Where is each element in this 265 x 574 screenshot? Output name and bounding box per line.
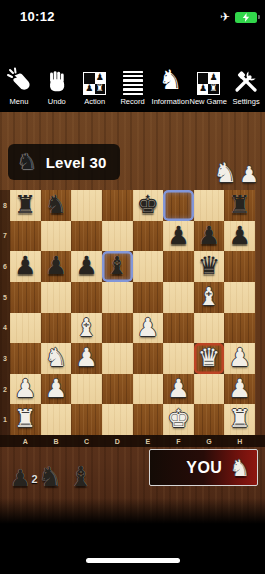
square-d1[interactable] bbox=[102, 404, 133, 435]
tools-icon bbox=[232, 63, 260, 95]
rank-label-6: 6 bbox=[0, 251, 10, 282]
white-knight-icon: ♞ bbox=[229, 455, 250, 481]
square-g1[interactable] bbox=[194, 404, 225, 435]
square-f5[interactable] bbox=[163, 282, 194, 313]
mini-board-icon: ♟ ♟ ♜ bbox=[197, 63, 220, 95]
file-label-g: G bbox=[194, 435, 225, 447]
square-c6[interactable]: ♟ bbox=[71, 251, 102, 282]
rank-label-4: 4 bbox=[0, 313, 10, 344]
square-g2[interactable] bbox=[194, 374, 225, 405]
toolbar: Menu Undo ♟ ♟ ♜ Action Record♞ Informati… bbox=[0, 44, 265, 112]
toolbar-item-record[interactable]: Record bbox=[114, 44, 152, 112]
square-g4[interactable] bbox=[194, 313, 225, 344]
square-f4[interactable] bbox=[163, 313, 194, 344]
square-e8[interactable]: ♚ bbox=[133, 190, 164, 221]
captured-black-knight: ♞ bbox=[38, 461, 62, 492]
square-e6[interactable] bbox=[133, 251, 164, 282]
toolbar-item-label: Record bbox=[120, 97, 144, 106]
airplane-mode-icon: ✈ bbox=[220, 10, 230, 24]
rank-label-5: 5 bbox=[0, 282, 10, 313]
square-c3[interactable]: ♟ bbox=[71, 343, 102, 374]
square-a4[interactable] bbox=[10, 313, 41, 344]
home-indicator[interactable] bbox=[86, 558, 180, 563]
white-rook: ♜ bbox=[224, 404, 255, 435]
white-bishop: ♝ bbox=[71, 313, 102, 344]
black-knight-icon: ♞ bbox=[17, 150, 37, 174]
toolbar-item-label: Menu bbox=[10, 97, 29, 106]
status-bar: 10:12 ✈ bbox=[0, 0, 265, 44]
square-e5[interactable] bbox=[133, 282, 164, 313]
square-c1[interactable] bbox=[71, 404, 102, 435]
toolbar-item-menu[interactable]: Menu bbox=[0, 44, 38, 112]
white-pawn: ♟ bbox=[224, 374, 255, 405]
captured-by-white-tray: ♟2♞♝ bbox=[10, 450, 93, 492]
black-knight: ♞ bbox=[41, 190, 72, 221]
square-a6[interactable]: ♟ bbox=[10, 251, 41, 282]
square-d8[interactable] bbox=[102, 190, 133, 221]
board-area: 87654321 ♜♞♚♜♟♟♟♟♟♟♝♛♝♝♟♞♟♛♟♟♟♟♟♜♚♜ ABCD… bbox=[0, 190, 265, 447]
toolbar-item-label: Information bbox=[152, 97, 190, 106]
square-h1[interactable]: ♜ bbox=[224, 404, 255, 435]
square-b6[interactable]: ♟ bbox=[41, 251, 72, 282]
toolbar-item-label: New Game bbox=[189, 97, 227, 106]
level-label: Level 30 bbox=[46, 154, 107, 171]
square-g5[interactable]: ♝ bbox=[194, 282, 225, 313]
toolbar-item-information[interactable]: ♞ Information bbox=[151, 44, 189, 112]
hand-click-icon bbox=[5, 63, 33, 95]
app-window: 10:12 ✈ Menu Undo ♟ ♟ ♜ A bbox=[0, 0, 265, 574]
white-pawn: ♟ bbox=[10, 374, 41, 405]
square-f7[interactable]: ♟ bbox=[163, 221, 194, 252]
square-d4[interactable] bbox=[102, 313, 133, 344]
black-king: ♚ bbox=[133, 190, 164, 221]
white-pawn: ♟ bbox=[224, 343, 255, 374]
mini-board-icon: ♟ ♟ ♜ bbox=[83, 63, 106, 95]
black-pawn: ♟ bbox=[194, 221, 225, 252]
square-f2[interactable]: ♟ bbox=[163, 374, 194, 405]
rank-label-8: 8 bbox=[0, 190, 10, 221]
square-a5[interactable] bbox=[10, 282, 41, 313]
square-g3[interactable]: ♛ bbox=[194, 343, 225, 374]
rank-label-2: 2 bbox=[0, 374, 10, 405]
black-pawn: ♟ bbox=[163, 221, 194, 252]
square-f3[interactable] bbox=[163, 343, 194, 374]
square-c7[interactable] bbox=[71, 221, 102, 252]
chess-board: ♜♞♚♜♟♟♟♟♟♟♝♛♝♝♟♞♟♛♟♟♟♟♟♜♚♜ bbox=[10, 190, 255, 435]
square-e3[interactable] bbox=[133, 343, 164, 374]
black-rook: ♜ bbox=[10, 190, 41, 221]
rank-label-7: 7 bbox=[0, 221, 10, 252]
square-b4[interactable] bbox=[41, 313, 72, 344]
toolbar-item-label: Settings bbox=[233, 97, 260, 106]
square-a7[interactable] bbox=[10, 221, 41, 252]
turn-label: YOU bbox=[186, 459, 222, 477]
square-c2[interactable] bbox=[71, 374, 102, 405]
square-g6[interactable]: ♛ bbox=[194, 251, 225, 282]
square-f8[interactable] bbox=[163, 190, 194, 221]
toolbar-item-new-game[interactable]: ♟ ♟ ♜ New Game bbox=[189, 44, 227, 112]
square-g8[interactable] bbox=[194, 190, 225, 221]
square-a3[interactable] bbox=[10, 343, 41, 374]
level-badge[interactable]: ♞ Level 30 bbox=[8, 144, 120, 180]
rank-label-3: 3 bbox=[0, 343, 10, 374]
file-label-h: H bbox=[224, 435, 255, 447]
square-b5[interactable] bbox=[41, 282, 72, 313]
rank-label-1: 1 bbox=[0, 404, 10, 435]
file-label-c: C bbox=[71, 435, 102, 447]
black-pawn: ♟ bbox=[41, 251, 72, 282]
square-e7[interactable] bbox=[133, 221, 164, 252]
square-h4[interactable] bbox=[224, 313, 255, 344]
file-label-a: A bbox=[10, 435, 41, 447]
square-a1[interactable]: ♜ bbox=[10, 404, 41, 435]
turn-indicator: YOU ♞ bbox=[149, 449, 258, 486]
square-h6[interactable] bbox=[224, 251, 255, 282]
white-pawn: ♟ bbox=[71, 343, 102, 374]
toolbar-item-label: Undo bbox=[48, 97, 66, 106]
black-bishop: ♝ bbox=[102, 251, 133, 282]
square-c5[interactable] bbox=[71, 282, 102, 313]
black-pawn: ♟ bbox=[71, 251, 102, 282]
black-queen: ♛ bbox=[194, 251, 225, 282]
square-d7[interactable] bbox=[102, 221, 133, 252]
square-h8[interactable]: ♜ bbox=[224, 190, 255, 221]
captured-count: 2 bbox=[32, 466, 38, 493]
white-pawn: ♟ bbox=[133, 313, 164, 344]
square-d2[interactable] bbox=[102, 374, 133, 405]
toolbar-item-label: Action bbox=[84, 97, 105, 106]
square-f6[interactable] bbox=[163, 251, 194, 282]
captured-white-pawn: ♟ bbox=[239, 162, 259, 188]
captured-black-bishop: ♝ bbox=[69, 461, 93, 492]
file-label-f: F bbox=[163, 435, 194, 447]
captured-by-black-tray: ♞♟ bbox=[213, 146, 259, 188]
toolbar-item-settings[interactable]: Settings bbox=[227, 44, 265, 112]
square-d5[interactable] bbox=[102, 282, 133, 313]
square-h7[interactable]: ♟ bbox=[224, 221, 255, 252]
square-e1[interactable] bbox=[133, 404, 164, 435]
white-knight: ♞ bbox=[41, 343, 72, 374]
file-labels-strip: ABCDEFGH bbox=[0, 435, 265, 447]
rank-labels: 87654321 bbox=[0, 190, 10, 435]
square-b3[interactable]: ♞ bbox=[41, 343, 72, 374]
black-rook: ♜ bbox=[224, 190, 255, 221]
square-h3[interactable]: ♟ bbox=[224, 343, 255, 374]
square-b7[interactable] bbox=[41, 221, 72, 252]
black-pawn: ♟ bbox=[10, 251, 41, 282]
knight-icon: ♞ bbox=[158, 63, 182, 95]
file-label-e: E bbox=[133, 435, 164, 447]
square-g7[interactable]: ♟ bbox=[194, 221, 225, 252]
square-d3[interactable] bbox=[102, 343, 133, 374]
file-labels: ABCDEFGH bbox=[10, 435, 255, 447]
battery-charging-icon bbox=[235, 12, 257, 23]
square-f1[interactable]: ♚ bbox=[163, 404, 194, 435]
white-pawn: ♟ bbox=[41, 374, 72, 405]
toolbar-item-undo[interactable]: Undo bbox=[38, 44, 76, 112]
file-label-b: B bbox=[41, 435, 72, 447]
toolbar-item-action[interactable]: ♟ ♟ ♜ Action bbox=[76, 44, 114, 112]
square-d6[interactable]: ♝ bbox=[102, 251, 133, 282]
white-pawn: ♟ bbox=[163, 374, 194, 405]
white-queen: ♛ bbox=[194, 343, 225, 374]
square-e2[interactable] bbox=[133, 374, 164, 405]
black-pawn: ♟ bbox=[224, 221, 255, 252]
captured-white-knight: ♞ bbox=[213, 157, 237, 188]
clock: 10:12 bbox=[20, 9, 55, 24]
square-a8[interactable]: ♜ bbox=[10, 190, 41, 221]
square-b8[interactable]: ♞ bbox=[41, 190, 72, 221]
white-king: ♚ bbox=[163, 404, 194, 435]
file-label-d: D bbox=[102, 435, 133, 447]
square-h2[interactable]: ♟ bbox=[224, 374, 255, 405]
white-bishop: ♝ bbox=[194, 282, 225, 313]
status-icons: ✈ bbox=[220, 10, 257, 24]
square-e4[interactable]: ♟ bbox=[133, 313, 164, 344]
white-rook: ♜ bbox=[10, 404, 41, 435]
square-b2[interactable]: ♟ bbox=[41, 374, 72, 405]
hand-stop-icon bbox=[44, 63, 70, 95]
square-h5[interactable] bbox=[224, 282, 255, 313]
square-c8[interactable] bbox=[71, 190, 102, 221]
captured-black-pawn: ♟2 bbox=[10, 465, 31, 492]
square-a2[interactable]: ♟ bbox=[10, 374, 41, 405]
list-lines-icon bbox=[123, 63, 143, 95]
square-c4[interactable]: ♝ bbox=[71, 313, 102, 344]
square-b1[interactable] bbox=[41, 404, 72, 435]
